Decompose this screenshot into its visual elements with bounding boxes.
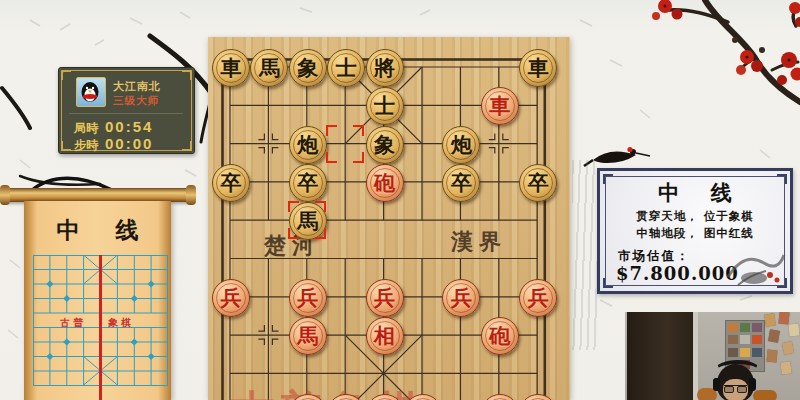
piece-red-相[interactable]: 相 — [366, 317, 404, 355]
piece-black-車[interactable]: 車 — [212, 49, 250, 87]
xiangqi-board[interactable]: 楚河 漢界 古普象棋 車馬象士將車士車炮象炮卒卒砲卒卒馬兵兵兵兵兵馬相砲相仕帥仕… — [208, 37, 570, 400]
panel-corner-ornament — [603, 174, 613, 184]
photo-collage — [763, 312, 800, 384]
piece-red-兵[interactable]: 兵 — [366, 279, 404, 317]
piece-black-馬[interactable]: 馬 — [289, 202, 327, 240]
stream-screenshot: { "game": "xiangqi", "position": { "fen"… — [0, 0, 800, 400]
piece-red-兵[interactable]: 兵 — [212, 279, 250, 317]
info-line-1: 贯穿天地， 位于象棋 — [600, 209, 790, 224]
piece-black-卒[interactable]: 卒 — [289, 164, 327, 202]
qq-penguin-avatar — [76, 77, 106, 107]
panel-corner-ornament — [777, 174, 787, 184]
game-time-value: 00:54 — [105, 118, 153, 135]
plum-blossom-branch — [668, 0, 800, 102]
piece-black-士[interactable]: 士 — [366, 87, 404, 125]
piece-black-卒[interactable]: 卒 — [519, 164, 557, 202]
door — [627, 312, 693, 400]
penguin-icon — [77, 78, 103, 104]
piece-black-象[interactable]: 象 — [289, 49, 327, 87]
piece-black-卒[interactable]: 卒 — [212, 164, 250, 202]
ink-wash-streaks — [572, 160, 598, 350]
move-time-label: 步時 — [74, 138, 98, 152]
mini-river-text-left: 古普 — [60, 316, 86, 330]
info-line-2: 中轴地段， 图中红线 — [600, 226, 790, 241]
piece-black-炮[interactable]: 炮 — [289, 126, 327, 164]
piece-black-將[interactable]: 將 — [366, 49, 404, 87]
piece-black-象[interactable]: 象 — [366, 126, 404, 164]
panel-corner-ornament — [61, 70, 71, 80]
scroll-paper: 中 线 — [24, 201, 171, 400]
piece-red-馬[interactable]: 馬 — [289, 317, 327, 355]
panel-divider — [69, 113, 183, 114]
headphone-earcup — [749, 378, 756, 391]
piece-red-砲[interactable]: 砲 — [481, 317, 519, 355]
panel-corner-ornament — [61, 141, 71, 151]
scroll-roller — [3, 188, 193, 202]
piece-black-車[interactable]: 車 — [519, 49, 557, 87]
scroll-knob — [186, 185, 196, 205]
panel-corner-ornament — [603, 278, 613, 288]
headphone-earcup — [713, 378, 720, 391]
center-line-scroll: 中 线 — [0, 170, 200, 400]
piece-red-兵[interactable]: 兵 — [289, 279, 327, 317]
piece-red-車[interactable]: 車 — [481, 87, 519, 125]
player-info-panel: 大江南北 三级大师 局時00:54 步時00:00 — [58, 67, 195, 154]
plum-blossoms — [652, 0, 800, 85]
river-label-han: 漢界 — [451, 227, 507, 257]
door-frame — [693, 312, 698, 400]
move-time-value: 00:00 — [105, 135, 153, 152]
game-time-label: 局時 — [74, 121, 98, 135]
chair-arm — [753, 390, 777, 400]
headphones-band — [715, 360, 760, 380]
info-title: 中 线 — [600, 179, 790, 207]
center-line-info-panel: 中 线 贯穿天地， 位于象棋 中轴地段， 图中红线 市场估值： $7.800.0… — [597, 168, 793, 294]
panel-corner-ornament — [777, 278, 787, 288]
glasses — [724, 385, 747, 392]
player-name: 大江南北 — [113, 79, 161, 94]
piece-black-士[interactable]: 士 — [327, 49, 365, 87]
piece-red-砲[interactable]: 砲 — [366, 164, 404, 202]
webcam-view — [625, 312, 800, 400]
panel-corner-ornament — [182, 70, 192, 80]
scroll-title: 中 线 — [24, 215, 171, 246]
player-rank-title: 三级大师 — [113, 94, 159, 108]
mini-river-text-right: 象棋 — [108, 316, 134, 330]
piece-black-炮[interactable]: 炮 — [442, 126, 480, 164]
move-timer: 步時00:00 — [74, 135, 153, 154]
scroll-knob — [0, 185, 10, 205]
mini-xiangqi-diagram — [33, 255, 168, 400]
piece-red-兵[interactable]: 兵 — [519, 279, 557, 317]
panel-corner-ornament — [182, 141, 192, 151]
piece-red-兵[interactable]: 兵 — [442, 279, 480, 317]
